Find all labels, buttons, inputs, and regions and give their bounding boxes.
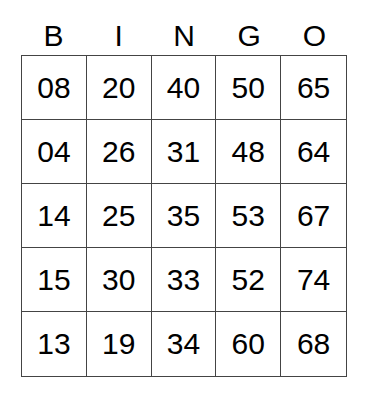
cell-r3-g[interactable]: 53 xyxy=(216,184,281,248)
cell-r1-i[interactable]: 20 xyxy=(87,56,152,120)
bingo-board: 08 20 40 50 65 04 26 31 48 64 14 25 35 5… xyxy=(21,55,347,377)
cell-r5-o[interactable]: 68 xyxy=(281,312,346,376)
cell-r1-g[interactable]: 50 xyxy=(216,56,281,120)
cell-r5-g[interactable]: 60 xyxy=(216,312,281,376)
column-letter-n: N xyxy=(151,0,216,55)
cell-r4-b[interactable]: 15 xyxy=(22,248,87,312)
cell-r4-n[interactable]: 33 xyxy=(152,248,217,312)
cell-r2-i[interactable]: 26 xyxy=(87,120,152,184)
column-letter-i: I xyxy=(86,0,151,55)
cell-r2-n[interactable]: 31 xyxy=(152,120,217,184)
cell-r5-b[interactable]: 13 xyxy=(22,312,87,376)
cell-r1-b[interactable]: 08 xyxy=(22,56,87,120)
cell-r2-g[interactable]: 48 xyxy=(216,120,281,184)
cell-r1-o[interactable]: 65 xyxy=(281,56,346,120)
column-letter-b: B xyxy=(21,0,86,55)
cell-r3-i[interactable]: 25 xyxy=(87,184,152,248)
column-letter-g: G xyxy=(217,0,282,55)
cell-r4-o[interactable]: 74 xyxy=(281,248,346,312)
cell-r3-o[interactable]: 67 xyxy=(281,184,346,248)
bingo-card: B I N G O 08 20 40 50 65 04 26 31 48 64 … xyxy=(21,0,347,377)
bingo-header: B I N G O xyxy=(21,0,347,55)
column-letter-o: O xyxy=(282,0,347,55)
cell-r4-g[interactable]: 52 xyxy=(216,248,281,312)
cell-r2-b[interactable]: 04 xyxy=(22,120,87,184)
cell-r5-i[interactable]: 19 xyxy=(87,312,152,376)
cell-r5-n[interactable]: 34 xyxy=(152,312,217,376)
cell-r2-o[interactable]: 64 xyxy=(281,120,346,184)
cell-r3-n[interactable]: 35 xyxy=(152,184,217,248)
cell-r1-n[interactable]: 40 xyxy=(152,56,217,120)
cell-r3-b[interactable]: 14 xyxy=(22,184,87,248)
cell-r4-i[interactable]: 30 xyxy=(87,248,152,312)
